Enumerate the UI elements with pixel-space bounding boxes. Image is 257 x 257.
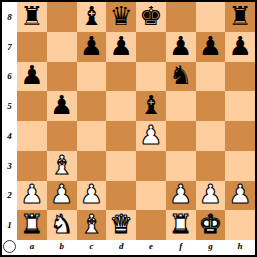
square-h5[interactable]	[225, 91, 255, 121]
square-g3[interactable]	[196, 151, 226, 181]
board: ♜♝♛♚♜♟♟♟♟♟♟♞♟♝♟♝♟♟♟♟♟♟♜♞♝♛♜♚	[17, 2, 255, 240]
rank-label-7: 7	[2, 32, 17, 62]
rank-label-1: 1	[2, 210, 17, 240]
black-pawn: ♟	[80, 33, 103, 59]
white-king: ♚	[199, 211, 222, 237]
file-label-h: h	[225, 240, 255, 255]
square-f1[interactable]: ♜	[166, 210, 196, 240]
square-b5[interactable]: ♟	[47, 91, 77, 121]
square-d8[interactable]: ♛	[106, 2, 136, 32]
black-pawn: ♟	[50, 92, 73, 118]
square-e3[interactable]	[136, 151, 166, 181]
square-e2[interactable]	[136, 181, 166, 211]
square-f5[interactable]	[166, 91, 196, 121]
white-bishop: ♝	[80, 211, 103, 237]
file-label-d: d	[106, 240, 136, 255]
white-pawn: ♟	[199, 181, 222, 207]
square-a4[interactable]	[17, 121, 47, 151]
square-h4[interactable]	[225, 121, 255, 151]
white-pawn: ♟	[20, 181, 43, 207]
file-label-g: g	[196, 240, 226, 255]
square-b8[interactable]	[47, 2, 77, 32]
square-c1[interactable]: ♝	[77, 210, 107, 240]
white-rook: ♜	[20, 211, 43, 237]
black-king: ♚	[139, 3, 162, 29]
square-a8[interactable]: ♜	[17, 2, 47, 32]
square-e5[interactable]: ♝	[136, 91, 166, 121]
chess-diagram: 87654321 ♜♝♛♚♜♟♟♟♟♟♟♞♟♝♟♝♟♟♟♟♟♟♜♞♝♛♜♚ ab…	[0, 0, 257, 257]
square-f8[interactable]	[166, 2, 196, 32]
square-g8[interactable]	[196, 2, 226, 32]
square-e4[interactable]: ♟	[136, 121, 166, 151]
white-pawn: ♟	[169, 181, 192, 207]
file-label-e: e	[136, 240, 166, 255]
square-d6[interactable]	[106, 62, 136, 92]
square-b3[interactable]: ♝	[47, 151, 77, 181]
square-h1[interactable]	[225, 210, 255, 240]
square-g4[interactable]	[196, 121, 226, 151]
square-g5[interactable]	[196, 91, 226, 121]
black-bishop: ♝	[139, 92, 162, 118]
file-label-f: f	[166, 240, 196, 255]
rank-label-2: 2	[2, 181, 17, 211]
rank-label-4: 4	[2, 121, 17, 151]
square-c5[interactable]	[77, 91, 107, 121]
file-labels: abcdefgh	[17, 240, 255, 255]
rank-label-5: 5	[2, 91, 17, 121]
square-c2[interactable]: ♟	[77, 181, 107, 211]
white-pawn: ♟	[228, 181, 251, 207]
square-h2[interactable]: ♟	[225, 181, 255, 211]
square-d3[interactable]	[106, 151, 136, 181]
square-h8[interactable]: ♜	[225, 2, 255, 32]
square-g2[interactable]: ♟	[196, 181, 226, 211]
black-bishop: ♝	[80, 3, 103, 29]
rank-label-3: 3	[2, 151, 17, 181]
square-a5[interactable]	[17, 91, 47, 121]
square-d7[interactable]: ♟	[106, 32, 136, 62]
file-label-b: b	[47, 240, 77, 255]
square-g1[interactable]: ♚	[196, 210, 226, 240]
black-rook: ♜	[228, 3, 251, 29]
square-c8[interactable]: ♝	[77, 2, 107, 32]
square-c6[interactable]	[77, 62, 107, 92]
square-a7[interactable]	[17, 32, 47, 62]
black-queen: ♛	[109, 3, 132, 29]
square-a1[interactable]: ♜	[17, 210, 47, 240]
square-e6[interactable]	[136, 62, 166, 92]
square-b6[interactable]	[47, 62, 77, 92]
square-b1[interactable]: ♞	[47, 210, 77, 240]
white-knight: ♞	[50, 211, 73, 237]
square-c3[interactable]	[77, 151, 107, 181]
square-h6[interactable]	[225, 62, 255, 92]
black-pawn: ♟	[228, 33, 251, 59]
square-d1[interactable]: ♛	[106, 210, 136, 240]
square-d4[interactable]	[106, 121, 136, 151]
square-a2[interactable]: ♟	[17, 181, 47, 211]
square-f6[interactable]: ♞	[166, 62, 196, 92]
black-rook: ♜	[20, 3, 43, 29]
square-g7[interactable]: ♟	[196, 32, 226, 62]
square-a6[interactable]: ♟	[17, 62, 47, 92]
square-f7[interactable]: ♟	[166, 32, 196, 62]
rank-label-6: 6	[2, 62, 17, 92]
white-rook: ♜	[169, 211, 192, 237]
rank-labels: 87654321	[2, 2, 17, 240]
white-queen: ♛	[109, 211, 132, 237]
white-pawn: ♟	[80, 181, 103, 207]
rank-label-8: 8	[2, 2, 17, 32]
file-label-c: c	[77, 240, 107, 255]
black-pawn: ♟	[20, 62, 43, 88]
square-g6[interactable]	[196, 62, 226, 92]
corner-cell	[2, 240, 17, 255]
black-knight: ♞	[169, 62, 192, 88]
black-pawn: ♟	[199, 33, 222, 59]
square-f3[interactable]	[166, 151, 196, 181]
file-label-a: a	[17, 240, 47, 255]
square-c4[interactable]	[77, 121, 107, 151]
square-c7[interactable]: ♟	[77, 32, 107, 62]
square-f2[interactable]: ♟	[166, 181, 196, 211]
square-f4[interactable]	[166, 121, 196, 151]
white-to-move-indicator	[3, 240, 16, 253]
square-e1[interactable]	[136, 210, 166, 240]
square-b7[interactable]	[47, 32, 77, 62]
square-d5[interactable]	[106, 91, 136, 121]
square-e7[interactable]	[136, 32, 166, 62]
white-bishop: ♝	[50, 152, 73, 178]
square-h3[interactable]	[225, 151, 255, 181]
square-d2[interactable]	[106, 181, 136, 211]
square-a3[interactable]	[17, 151, 47, 181]
square-b2[interactable]: ♟	[47, 181, 77, 211]
square-b4[interactable]	[47, 121, 77, 151]
white-pawn: ♟	[139, 122, 162, 148]
square-e8[interactable]: ♚	[136, 2, 166, 32]
black-pawn: ♟	[109, 33, 132, 59]
black-pawn: ♟	[169, 33, 192, 59]
square-h7[interactable]: ♟	[225, 32, 255, 62]
white-pawn: ♟	[50, 181, 73, 207]
